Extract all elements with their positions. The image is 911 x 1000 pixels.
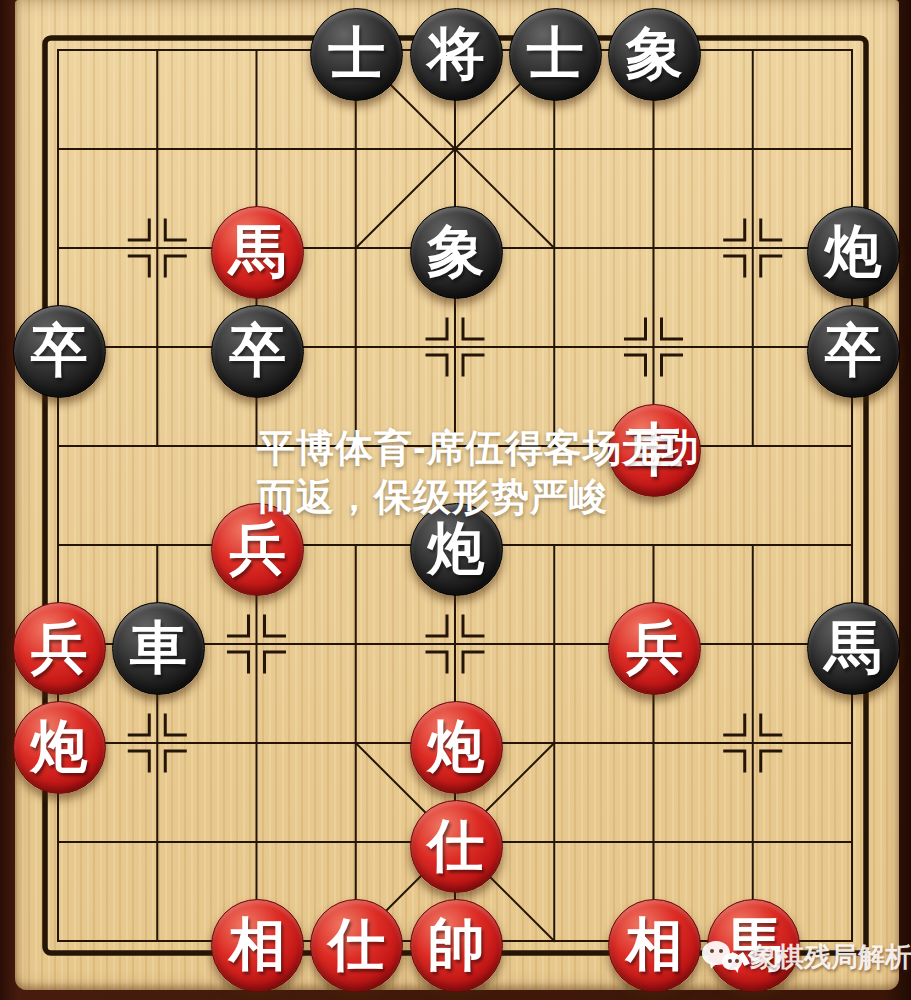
piece-glyph: 馬 <box>825 619 882 676</box>
piece-red-elephant[interactable]: 相 <box>608 899 701 992</box>
xiangqi-app: 士将士象馬象炮卒卒卒車兵炮兵車兵馬炮炮仕相仕帥相馬 平博体育-席伍得客场无功 而… <box>0 0 911 1000</box>
piece-glyph: 車 <box>130 619 187 676</box>
piece-glyph: 帥 <box>428 916 485 973</box>
wechat-icon <box>700 938 744 976</box>
piece-glyph: 兵 <box>626 619 683 676</box>
piece-glyph: 馬 <box>229 223 286 280</box>
piece-glyph: 仕 <box>428 817 485 874</box>
overlay-caption: 平博体育-席伍得客场无功 而返，保级形势严峻 <box>257 424 700 522</box>
watermark: 象棋残局解析 <box>700 938 911 976</box>
piece-black-general[interactable]: 将 <box>410 8 503 101</box>
piece-red-soldier[interactable]: 兵 <box>13 602 106 695</box>
piece-glyph: 炮 <box>428 520 485 577</box>
piece-red-advisor[interactable]: 仕 <box>310 899 403 992</box>
piece-glyph: 炮 <box>428 718 485 775</box>
piece-glyph: 兵 <box>31 619 88 676</box>
piece-glyph: 仕 <box>328 916 385 973</box>
watermark-text: 象棋残局解析 <box>750 939 911 975</box>
piece-glyph: 象 <box>626 25 683 82</box>
piece-black-advisor[interactable]: 士 <box>509 8 602 101</box>
piece-glyph: 卒 <box>825 322 882 379</box>
overlay-caption-line1: 平博体育-席伍得客场无功 <box>257 424 700 473</box>
piece-glyph: 象 <box>428 223 485 280</box>
piece-black-advisor[interactable]: 士 <box>310 8 403 101</box>
overlay-caption-line2: 而返，保级形势严峻 <box>257 473 700 522</box>
piece-black-soldier[interactable]: 卒 <box>807 305 900 398</box>
piece-black-soldier[interactable]: 卒 <box>211 305 304 398</box>
piece-black-chariot[interactable]: 車 <box>112 602 205 695</box>
piece-glyph: 卒 <box>31 322 88 379</box>
piece-red-horse[interactable]: 馬 <box>211 206 304 299</box>
piece-glyph: 炮 <box>825 223 882 280</box>
piece-glyph: 相 <box>229 916 286 973</box>
piece-red-cannon[interactable]: 炮 <box>13 701 106 794</box>
piece-black-horse[interactable]: 馬 <box>807 602 900 695</box>
piece-glyph: 兵 <box>229 520 286 577</box>
piece-black-elephant[interactable]: 象 <box>410 206 503 299</box>
piece-red-cannon[interactable]: 炮 <box>410 701 503 794</box>
piece-black-soldier[interactable]: 卒 <box>13 305 106 398</box>
piece-black-cannon[interactable]: 炮 <box>807 206 900 299</box>
piece-glyph: 士 <box>328 25 385 82</box>
piece-glyph: 炮 <box>31 718 88 775</box>
piece-black-elephant[interactable]: 象 <box>608 8 701 101</box>
piece-red-soldier[interactable]: 兵 <box>608 602 701 695</box>
piece-glyph: 将 <box>428 25 485 82</box>
piece-glyph: 相 <box>626 916 683 973</box>
piece-glyph: 卒 <box>229 322 286 379</box>
piece-glyph: 士 <box>527 25 584 82</box>
piece-red-general[interactable]: 帥 <box>410 899 503 992</box>
piece-red-advisor[interactable]: 仕 <box>410 800 503 893</box>
piece-red-elephant[interactable]: 相 <box>211 899 304 992</box>
